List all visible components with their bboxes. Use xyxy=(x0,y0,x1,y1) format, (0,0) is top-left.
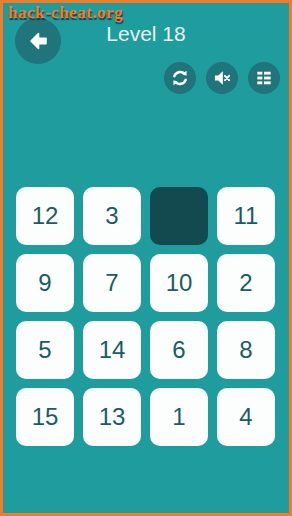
list-icon xyxy=(254,68,274,88)
tile-13[interactable]: 13 xyxy=(83,388,141,446)
tile-14[interactable]: 14 xyxy=(83,321,141,379)
tile-4[interactable]: 4 xyxy=(217,388,275,446)
tile-1[interactable]: 1 xyxy=(150,388,208,446)
tile-5[interactable]: 5 xyxy=(16,321,74,379)
tile-12[interactable]: 12 xyxy=(16,187,74,245)
toolbar xyxy=(164,62,280,94)
tile-9[interactable]: 9 xyxy=(16,254,74,312)
tile-8[interactable]: 8 xyxy=(217,321,275,379)
empty-cell xyxy=(150,187,208,245)
tile-10[interactable]: 10 xyxy=(150,254,208,312)
volume-off-icon xyxy=(212,68,232,88)
tile-7[interactable]: 7 xyxy=(83,254,141,312)
tile-15[interactable]: 15 xyxy=(16,388,74,446)
refresh-icon xyxy=(170,68,190,88)
tile-2[interactable]: 2 xyxy=(217,254,275,312)
puzzle-board: 123119710251468151314 xyxy=(16,187,275,446)
tile-3[interactable]: 3 xyxy=(83,187,141,245)
tile-11[interactable]: 11 xyxy=(217,187,275,245)
watermark: hack-cheat.org xyxy=(8,3,123,23)
restart-button[interactable] xyxy=(164,62,196,94)
level-list-button[interactable] xyxy=(248,62,280,94)
mute-button[interactable] xyxy=(206,62,238,94)
tile-6[interactable]: 6 xyxy=(150,321,208,379)
game-screen: hack-cheat.org Level 18 xyxy=(0,0,292,516)
level-title: Level 18 xyxy=(3,22,289,46)
